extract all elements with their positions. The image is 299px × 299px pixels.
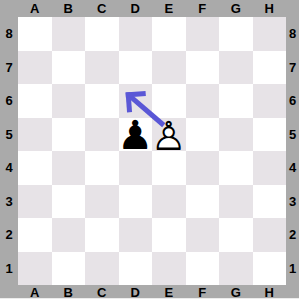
file-label-top-b: B: [52, 0, 86, 17]
square-c4[interactable]: [85, 151, 119, 185]
file-label-bottom-g: G: [219, 285, 253, 299]
square-g7[interactable]: [219, 51, 253, 85]
rank-label-right-2: 2: [286, 218, 299, 252]
square-g1[interactable]: [219, 252, 253, 286]
square-c3[interactable]: [85, 185, 119, 219]
square-c8[interactable]: [85, 17, 119, 51]
rank-label-left-3: 3: [0, 185, 18, 219]
file-label-bottom-b: B: [52, 285, 86, 299]
square-a4[interactable]: [18, 151, 52, 185]
square-d7[interactable]: [119, 51, 153, 85]
square-d4[interactable]: [119, 151, 153, 185]
rank-label-left-6: 6: [0, 84, 18, 118]
square-f8[interactable]: [186, 17, 220, 51]
square-b6[interactable]: [52, 84, 86, 118]
square-e1[interactable]: [152, 252, 186, 286]
file-labels-bottom: ABCDEFGH: [18, 285, 286, 299]
rank-label-right-7: 7: [286, 51, 299, 85]
square-c1[interactable]: [85, 252, 119, 286]
file-label-top-f: F: [186, 0, 220, 17]
square-e8[interactable]: [152, 17, 186, 51]
square-b3[interactable]: [52, 185, 86, 219]
square-d1[interactable]: [119, 252, 153, 286]
square-h3[interactable]: [253, 185, 287, 219]
square-h2[interactable]: [253, 218, 287, 252]
square-c7[interactable]: [85, 51, 119, 85]
square-b7[interactable]: [52, 51, 86, 85]
rank-label-left-1: 1: [0, 252, 18, 286]
square-a8[interactable]: [18, 17, 52, 51]
square-e7[interactable]: [152, 51, 186, 85]
square-g3[interactable]: [219, 185, 253, 219]
square-a7[interactable]: [18, 51, 52, 85]
chess-board-window: ABCDEFGH ABCDEFGH 87654321 87654321 ♟♟♙: [0, 0, 299, 299]
file-label-bottom-d: D: [119, 285, 153, 299]
square-g8[interactable]: [219, 17, 253, 51]
square-c2[interactable]: [85, 218, 119, 252]
file-label-top-c: C: [85, 0, 119, 17]
square-h1[interactable]: [253, 252, 287, 286]
square-h6[interactable]: [253, 84, 287, 118]
square-f1[interactable]: [186, 252, 220, 286]
square-f2[interactable]: [186, 218, 220, 252]
rank-label-left-5: 5: [0, 118, 18, 152]
rank-label-right-6: 6: [286, 84, 299, 118]
file-label-top-a: A: [18, 0, 52, 17]
square-d8[interactable]: [119, 17, 153, 51]
square-f6[interactable]: [186, 84, 220, 118]
square-b5[interactable]: [52, 118, 86, 152]
black-pawn[interactable]: ♟: [117, 119, 153, 153]
square-g5[interactable]: [219, 118, 253, 152]
file-label-bottom-h: H: [253, 285, 287, 299]
file-label-bottom-f: F: [186, 285, 220, 299]
square-f7[interactable]: [186, 51, 220, 85]
square-f3[interactable]: [186, 185, 220, 219]
square-h7[interactable]: [253, 51, 287, 85]
rank-label-right-5: 5: [286, 118, 299, 152]
rank-label-left-8: 8: [0, 17, 18, 51]
rank-label-right-1: 1: [286, 252, 299, 286]
rank-label-left-4: 4: [0, 151, 18, 185]
file-label-bottom-e: E: [152, 285, 186, 299]
rank-label-right-3: 3: [286, 185, 299, 219]
square-a1[interactable]: [18, 252, 52, 286]
file-label-bottom-c: C: [85, 285, 119, 299]
board: ♟♟♙: [18, 17, 286, 285]
file-label-top-h: H: [253, 0, 287, 17]
square-d2[interactable]: [119, 218, 153, 252]
rank-label-right-8: 8: [286, 17, 299, 51]
square-g4[interactable]: [219, 151, 253, 185]
square-h5[interactable]: [253, 118, 287, 152]
square-a5[interactable]: [18, 118, 52, 152]
square-a3[interactable]: [18, 185, 52, 219]
rank-labels-left: 87654321: [0, 17, 18, 285]
file-label-top-d: D: [119, 0, 153, 17]
square-b1[interactable]: [52, 252, 86, 286]
square-d5[interactable]: ♟: [119, 118, 153, 152]
rank-label-right-4: 4: [286, 151, 299, 185]
square-g2[interactable]: [219, 218, 253, 252]
file-label-top-g: G: [219, 0, 253, 17]
square-e3[interactable]: [152, 185, 186, 219]
square-h8[interactable]: [253, 17, 287, 51]
rank-label-left-7: 7: [0, 51, 18, 85]
rank-label-left-2: 2: [0, 218, 18, 252]
file-label-bottom-a: A: [18, 285, 52, 299]
rank-labels-right: 87654321: [286, 17, 299, 285]
square-b2[interactable]: [52, 218, 86, 252]
square-b8[interactable]: [52, 17, 86, 51]
square-f4[interactable]: [186, 151, 220, 185]
square-c6[interactable]: [85, 84, 119, 118]
file-labels-top: ABCDEFGH: [18, 0, 286, 17]
square-h4[interactable]: [253, 151, 287, 185]
square-e5[interactable]: ♟♙: [152, 118, 186, 152]
white-pawn[interactable]: ♟♙: [152, 119, 186, 153]
square-b4[interactable]: [52, 151, 86, 185]
square-f5[interactable]: [186, 118, 220, 152]
square-d3[interactable]: [119, 185, 153, 219]
square-e2[interactable]: [152, 218, 186, 252]
square-a6[interactable]: [18, 84, 52, 118]
square-e4[interactable]: [152, 151, 186, 185]
file-label-top-e: E: [152, 0, 186, 17]
square-g6[interactable]: [219, 84, 253, 118]
square-a2[interactable]: [18, 218, 52, 252]
white-pawn-outline: ♙: [152, 120, 186, 154]
square-c5[interactable]: [85, 118, 119, 152]
